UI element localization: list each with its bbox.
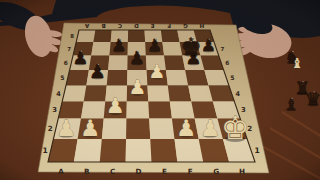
piece-white-pawn-a2[interactable]: ♟ <box>56 115 76 141</box>
file-label-bottom-f: F <box>188 167 193 176</box>
rank-label-right-1: 1 <box>254 146 259 155</box>
glint <box>98 64 100 66</box>
glint <box>119 38 121 40</box>
square-d8[interactable] <box>128 30 145 42</box>
square-c2[interactable] <box>102 118 127 139</box>
glint <box>209 38 211 40</box>
piece-black-pawn-b5[interactable]: ♟ <box>89 61 106 82</box>
file-label-bottom-g: G <box>213 167 219 176</box>
offboard-piece-black-bishop[interactable]: ♝ <box>284 95 298 114</box>
rank-label-left-7: 7 <box>67 46 71 52</box>
piece-black-king-g7[interactable]: ♚ <box>181 33 202 61</box>
file-label-bottom-e: E <box>162 167 167 176</box>
rank-label-left-1: 1 <box>43 146 48 155</box>
square-b4[interactable] <box>84 85 107 101</box>
rank-label-right-7: 7 <box>220 46 224 52</box>
piece-white-pawn-f2[interactable]: ♟ <box>176 115 196 141</box>
square-d2[interactable] <box>126 118 150 139</box>
piece-black-pawn-c7[interactable]: ♟ <box>111 35 126 55</box>
piece-black-pawn-e7[interactable]: ♟ <box>147 35 162 55</box>
piece-white-pawn-c3[interactable]: ♟ <box>106 93 125 118</box>
rank-label-right-6: 6 <box>225 60 229 66</box>
chess-photo-scene: ABCDEFGHABCDEFGH877665544332211♟♟♟♟♟♟♟♚♟… <box>0 0 320 180</box>
rank-label-left-3: 3 <box>52 106 57 114</box>
rank-label-left-8: 8 <box>70 33 74 39</box>
square-c1[interactable] <box>100 139 126 162</box>
piece-black-pawn-h7[interactable]: ♟ <box>201 35 216 55</box>
file-label-bottom-b: B <box>84 167 89 176</box>
square-b8[interactable] <box>93 30 111 42</box>
glint <box>81 51 83 53</box>
glint <box>155 38 157 40</box>
file-label-top-g: G <box>183 23 188 29</box>
file-label-top-h: H <box>199 23 204 29</box>
square-f5[interactable] <box>166 70 188 85</box>
square-b7[interactable] <box>91 42 110 55</box>
file-label-top-f: F <box>167 23 171 29</box>
file-label-bottom-c: C <box>110 167 115 176</box>
glint <box>302 81 304 83</box>
rank-label-left-5: 5 <box>60 74 64 81</box>
square-f8[interactable] <box>161 30 180 42</box>
rank-label-right-4: 4 <box>235 90 240 98</box>
file-label-bottom-a: A <box>58 167 64 176</box>
square-c6[interactable] <box>108 55 128 70</box>
rank-label-right-5: 5 <box>230 74 234 81</box>
glint <box>291 98 293 100</box>
square-e2[interactable] <box>149 118 174 139</box>
piece-white-pawn-g2[interactable]: ♟ <box>200 115 220 141</box>
square-d3[interactable] <box>126 102 149 119</box>
file-label-bottom-h: H <box>239 167 245 176</box>
rank-label-left-6: 6 <box>64 60 68 66</box>
square-e4[interactable] <box>147 85 169 101</box>
file-label-top-c: C <box>118 23 122 29</box>
square-b1[interactable] <box>74 139 102 162</box>
file-label-bottom-d: D <box>136 167 142 176</box>
square-f4[interactable] <box>168 85 192 101</box>
offboard-piece-black-queen[interactable]: ♛ <box>305 88 320 109</box>
file-label-top-a: A <box>84 23 89 29</box>
square-f1[interactable] <box>175 139 204 162</box>
piece-white-king-h2[interactable]: ♚ <box>221 110 249 146</box>
square-e1[interactable] <box>150 139 177 162</box>
glint <box>191 37 193 39</box>
piece-black-pawn-a6[interactable]: ♟ <box>72 47 88 68</box>
rank-label-left-4: 4 <box>56 90 61 98</box>
rank-label-left-2: 2 <box>48 124 53 133</box>
glint <box>292 51 294 53</box>
offboard-piece-white-bishop[interactable]: ♝ <box>291 55 304 71</box>
glint <box>313 91 315 93</box>
file-label-top-b: B <box>101 23 105 29</box>
file-label-top-d: D <box>134 23 139 29</box>
square-f7[interactable] <box>162 42 182 55</box>
board-photo: ABCDEFGHABCDEFGH877665544332211♟♟♟♟♟♟♟♚♟… <box>0 0 320 180</box>
square-d1[interactable] <box>126 139 152 162</box>
piece-black-pawn-d6[interactable]: ♟ <box>129 47 145 68</box>
square-e3[interactable] <box>148 102 172 119</box>
piece-white-pawn-e5[interactable]: ♟ <box>149 61 166 82</box>
square-c5[interactable] <box>107 70 128 85</box>
file-label-top-e: E <box>151 23 155 29</box>
piece-white-pawn-b2[interactable]: ♟ <box>80 115 100 141</box>
square-g4[interactable] <box>188 85 213 101</box>
piece-white-pawn-d4[interactable]: ♟ <box>129 76 147 99</box>
glint <box>137 51 139 53</box>
